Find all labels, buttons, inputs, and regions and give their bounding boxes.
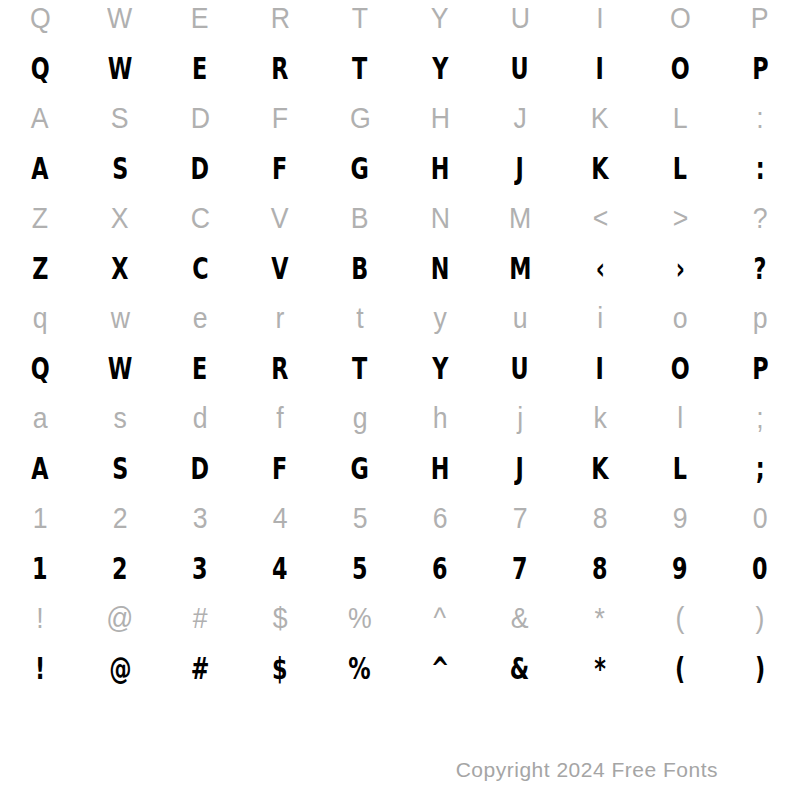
glyph-cell-r10-c6: H (400, 443, 480, 493)
glyph-cell-r12-c3: 3 (160, 543, 240, 593)
specimen-glyph: R (271, 50, 288, 86)
glyph-cell-r9-c1: a (0, 393, 80, 443)
glyph-cell-r9-c5: g (320, 393, 400, 443)
glyph-cell-r8-c8: I (560, 343, 640, 393)
glyph-cell-r9-c8: k (560, 393, 640, 443)
glyph-cell-r1-c3: E (160, 0, 240, 43)
specimen-glyph: I (596, 50, 604, 86)
glyph-cell-r12-c8: 8 (560, 543, 640, 593)
specimen-glyph: Z (32, 250, 48, 286)
glyph-cell-r13-c9: ( (640, 593, 720, 643)
specimen-glyph: % (349, 650, 371, 686)
specimen-glyph: S (112, 450, 128, 486)
reference-glyph: N (430, 202, 449, 235)
glyph-cell-r5-c9: > (640, 193, 720, 243)
glyph-cell-r5-c4: V (240, 193, 320, 243)
reference-glyph: 3 (193, 502, 208, 535)
glyph-cell-r7-c9: o (640, 293, 720, 343)
glyph-cell-r1-c4: R (240, 0, 320, 43)
reference-glyph: d (193, 402, 208, 435)
glyph-cell-r14-c3: # (160, 643, 240, 693)
reference-glyph: o (673, 302, 688, 335)
reference-glyph: Z (32, 202, 48, 235)
specimen-glyph: G (351, 450, 369, 486)
specimen-glyph: J (516, 450, 524, 486)
specimen-glyph: 7 (512, 550, 528, 586)
specimen-glyph: H (431, 450, 450, 486)
reference-glyph: & (511, 602, 529, 635)
glyph-cell-r1-c10: P (720, 0, 800, 43)
glyph-cell-r3-c1: A (0, 93, 80, 143)
glyph-cell-r14-c9: ( (640, 643, 720, 693)
reference-glyph: h (433, 402, 448, 435)
reference-glyph: J (513, 102, 526, 135)
glyph-cell-r2-c7: U (480, 43, 560, 93)
reference-glyph: 6 (433, 502, 448, 535)
glyph-cell-r7-c5: t (320, 293, 400, 343)
glyph-cell-r3-c10: : (720, 93, 800, 143)
glyph-cell-r3-c6: H (400, 93, 480, 143)
glyph-cell-r14-c2: @ (80, 643, 160, 693)
specimen-glyph: W (108, 350, 133, 386)
specimen-glyph: ^ (431, 650, 450, 686)
glyph-cell-r6-c7: M (480, 243, 560, 293)
glyph-cell-r2-c6: Y (400, 43, 480, 93)
specimen-glyph: R (271, 350, 288, 386)
glyph-cell-r2-c3: E (160, 43, 240, 93)
glyph-cell-r8-c4: R (240, 343, 320, 393)
specimen-glyph: L (673, 450, 687, 486)
reference-glyph: < (592, 202, 608, 235)
specimen-glyph: G (351, 150, 369, 186)
glyph-cell-r3-c9: L (640, 93, 720, 143)
specimen-glyph: 6 (432, 550, 448, 586)
specimen-glyph: P (752, 350, 768, 386)
specimen-glyph: H (431, 150, 450, 186)
glyph-cell-r9-c6: h (400, 393, 480, 443)
reference-glyph: ^ (434, 602, 447, 635)
glyph-cell-r1-c5: T (320, 0, 400, 43)
reference-glyph: # (193, 602, 208, 635)
reference-glyph: A (31, 102, 49, 135)
glyph-cell-r6-c10: ? (720, 243, 800, 293)
glyph-cell-r4-c9: L (640, 143, 720, 193)
reference-glyph: > (672, 202, 688, 235)
glyph-cell-r1-c9: O (640, 0, 720, 43)
reference-glyph: G (350, 102, 371, 135)
specimen-glyph: * (594, 650, 606, 686)
glyph-cell-r6-c2: X (80, 243, 160, 293)
reference-glyph: X (111, 202, 129, 235)
glyph-cell-r9-c3: d (160, 393, 240, 443)
specimen-glyph: Y (432, 50, 448, 86)
glyph-cell-r8-c6: Y (400, 343, 480, 393)
glyph-cell-r6-c1: Z (0, 243, 80, 293)
glyph-cell-r13-c4: $ (240, 593, 320, 643)
glyph-cell-r5-c10: ? (720, 193, 800, 243)
specimen-glyph: $ (272, 650, 288, 686)
glyph-cell-r14-c4: $ (240, 643, 320, 693)
specimen-glyph: A (31, 450, 48, 486)
reference-glyph: K (591, 102, 609, 135)
specimen-glyph: & (510, 650, 529, 686)
specimen-glyph: X (111, 250, 128, 286)
reference-glyph: ! (36, 602, 43, 635)
specimen-glyph: : (756, 150, 765, 186)
glyph-cell-r14-c5: % (320, 643, 400, 693)
reference-glyph: y (433, 302, 446, 335)
reference-glyph: f (276, 402, 283, 435)
specimen-glyph: @ (109, 650, 131, 686)
specimen-glyph: W (108, 50, 133, 86)
reference-glyph: B (351, 202, 369, 235)
glyph-cell-r10-c10: ; (720, 443, 800, 493)
reference-glyph: V (271, 202, 289, 235)
reference-glyph: I (596, 2, 603, 35)
glyph-cell-r14-c6: ^ (400, 643, 480, 693)
glyph-cell-r9-c10: ; (720, 393, 800, 443)
glyph-cell-r4-c5: G (320, 143, 400, 193)
glyph-cell-r11-c3: 3 (160, 493, 240, 543)
glyph-cell-r4-c7: J (480, 143, 560, 193)
reference-glyph: p (753, 302, 768, 335)
specimen-glyph: ! (35, 650, 45, 686)
glyph-cell-r3-c2: S (80, 93, 160, 143)
specimen-glyph: 8 (592, 550, 608, 586)
specimen-glyph: 9 (672, 550, 688, 586)
glyph-cell-r2-c1: Q (0, 43, 80, 93)
specimen-glyph: 0 (752, 550, 768, 586)
specimen-glyph: C (192, 250, 208, 286)
reference-glyph: e (193, 302, 208, 335)
reference-glyph: k (593, 402, 606, 435)
glyph-cell-r11-c9: 9 (640, 493, 720, 543)
reference-glyph: 2 (113, 502, 128, 535)
reference-glyph: : (756, 102, 763, 135)
glyph-cell-r4-c3: D (160, 143, 240, 193)
specimen-glyph: 2 (112, 550, 128, 586)
reference-glyph: @ (106, 602, 133, 635)
glyph-cell-r13-c6: ^ (400, 593, 480, 643)
glyph-cell-r11-c1: 1 (0, 493, 80, 543)
specimen-glyph: F (272, 450, 287, 486)
reference-glyph: R (270, 2, 289, 35)
reference-glyph: l (677, 402, 683, 435)
glyph-cell-r13-c8: * (560, 593, 640, 643)
glyph-cell-r11-c2: 2 (80, 493, 160, 543)
glyph-cell-r13-c7: & (480, 593, 560, 643)
specimen-glyph: M (509, 250, 531, 286)
glyph-cell-r14-c8: * (560, 643, 640, 693)
glyph-cell-r12-c7: 7 (480, 543, 560, 593)
reference-glyph: t (356, 302, 363, 335)
reference-glyph: j (517, 402, 523, 435)
glyph-cell-r9-c4: f (240, 393, 320, 443)
copyright-text: Copyright 2024 Free Fonts (456, 758, 718, 782)
glyph-cell-r5-c2: X (80, 193, 160, 243)
reference-glyph: 5 (353, 502, 368, 535)
glyph-cell-r11-c6: 6 (400, 493, 480, 543)
reference-glyph: H (430, 102, 449, 135)
glyph-cell-r3-c3: D (160, 93, 240, 143)
glyph-cell-r14-c7: & (480, 643, 560, 693)
specimen-glyph: ( (675, 650, 685, 686)
reference-glyph: 9 (673, 502, 688, 535)
glyph-cell-r5-c6: N (400, 193, 480, 243)
glyph-cell-r7-c7: u (480, 293, 560, 343)
glyph-cell-r1-c2: W (80, 0, 160, 43)
reference-glyph: g (353, 402, 368, 435)
reference-glyph: a (33, 402, 48, 435)
glyph-cell-r8-c1: Q (0, 343, 80, 393)
reference-glyph: Q (30, 2, 51, 35)
specimen-glyph: U (511, 50, 529, 86)
glyph-cell-r5-c3: C (160, 193, 240, 243)
specimen-glyph: N (431, 250, 450, 286)
glyph-cell-r12-c9: 9 (640, 543, 720, 593)
glyph-cell-r10-c4: F (240, 443, 320, 493)
glyph-cell-r1-c1: Q (0, 0, 80, 43)
reference-glyph: C (190, 202, 209, 235)
glyph-cell-r13-c3: # (160, 593, 240, 643)
glyph-cell-r1-c7: U (480, 0, 560, 43)
specimen-glyph: O (671, 50, 690, 86)
reference-glyph: F (272, 102, 288, 135)
glyph-cell-r3-c5: G (320, 93, 400, 143)
reference-glyph: W (107, 2, 132, 35)
specimen-glyph: J (516, 150, 524, 186)
glyph-cell-r8-c9: O (640, 343, 720, 393)
glyph-cell-r10-c3: D (160, 443, 240, 493)
reference-glyph: r (276, 302, 285, 335)
glyph-cell-r7-c10: p (720, 293, 800, 343)
glyph-cell-r8-c10: P (720, 343, 800, 393)
specimen-glyph: K (591, 150, 608, 186)
specimen-glyph: ‹ (595, 250, 604, 286)
reference-glyph: ; (756, 402, 763, 435)
glyph-cell-r12-c1: 1 (0, 543, 80, 593)
glyph-cell-r3-c4: F (240, 93, 320, 143)
character-map-grid: QWERTYUIOPQWERTYUIOPASDFGHJKL:ASDFGHJKL:… (0, 0, 800, 693)
glyph-cell-r8-c7: U (480, 343, 560, 393)
specimen-glyph: Q (31, 350, 50, 386)
glyph-cell-r10-c5: G (320, 443, 400, 493)
specimen-glyph: 1 (32, 550, 48, 586)
specimen-glyph: S (112, 150, 128, 186)
specimen-glyph: F (272, 150, 287, 186)
specimen-glyph: ? (754, 250, 767, 286)
specimen-glyph: B (351, 250, 368, 286)
glyph-cell-r7-c2: w (80, 293, 160, 343)
glyph-cell-r10-c8: K (560, 443, 640, 493)
specimen-glyph: V (271, 250, 288, 286)
glyph-cell-r7-c1: q (0, 293, 80, 343)
specimen-glyph: 4 (272, 550, 288, 586)
glyph-cell-r11-c5: 5 (320, 493, 400, 543)
specimen-glyph: D (191, 450, 210, 486)
reference-glyph: 8 (593, 502, 608, 535)
glyph-cell-r1-c8: I (560, 0, 640, 43)
glyph-cell-r5-c1: Z (0, 193, 80, 243)
glyph-cell-r4-c2: S (80, 143, 160, 193)
glyph-cell-r13-c5: % (320, 593, 400, 643)
reference-glyph: 7 (513, 502, 528, 535)
glyph-cell-r2-c8: I (560, 43, 640, 93)
glyph-cell-r7-c3: e (160, 293, 240, 343)
specimen-glyph: I (596, 350, 604, 386)
glyph-cell-r4-c1: A (0, 143, 80, 193)
glyph-cell-r8-c5: T (320, 343, 400, 393)
glyph-cell-r6-c3: C (160, 243, 240, 293)
glyph-cell-r12-c2: 2 (80, 543, 160, 593)
reference-glyph: i (597, 302, 603, 335)
glyph-cell-r2-c5: T (320, 43, 400, 93)
reference-glyph: S (111, 102, 129, 135)
glyph-cell-r9-c2: s (80, 393, 160, 443)
glyph-cell-r5-c7: M (480, 193, 560, 243)
glyph-cell-r9-c7: j (480, 393, 560, 443)
reference-glyph: q (33, 302, 48, 335)
glyph-cell-r12-c10: 0 (720, 543, 800, 593)
specimen-glyph: A (31, 150, 48, 186)
reference-glyph: s (113, 402, 126, 435)
glyph-cell-r13-c2: @ (80, 593, 160, 643)
reference-glyph: L (673, 102, 688, 135)
glyph-cell-r6-c5: B (320, 243, 400, 293)
reference-glyph: ? (753, 202, 768, 235)
specimen-glyph: U (511, 350, 529, 386)
reference-glyph: 1 (33, 502, 48, 535)
specimen-glyph: 3 (192, 550, 208, 586)
specimen-glyph: T (352, 350, 367, 386)
glyph-cell-r14-c10: ) (720, 643, 800, 693)
glyph-cell-r4-c8: K (560, 143, 640, 193)
specimen-glyph: Q (31, 50, 50, 86)
glyph-cell-r12-c6: 6 (400, 543, 480, 593)
reference-glyph: E (191, 2, 209, 35)
reference-glyph: % (348, 602, 372, 635)
specimen-glyph: T (352, 50, 367, 86)
glyph-cell-r4-c4: F (240, 143, 320, 193)
glyph-cell-r3-c8: K (560, 93, 640, 143)
reference-glyph: ) (756, 602, 765, 635)
glyph-cell-r13-c10: ) (720, 593, 800, 643)
reference-glyph: O (670, 2, 691, 35)
specimen-glyph: 5 (352, 550, 368, 586)
specimen-glyph: › (675, 250, 684, 286)
specimen-glyph: Y (432, 350, 448, 386)
reference-glyph: 4 (273, 502, 288, 535)
glyph-cell-r6-c4: V (240, 243, 320, 293)
glyph-cell-r8-c2: W (80, 343, 160, 393)
glyph-cell-r12-c5: 5 (320, 543, 400, 593)
glyph-cell-r5-c5: B (320, 193, 400, 243)
glyph-cell-r11-c7: 7 (480, 493, 560, 543)
reference-glyph: T (352, 2, 368, 35)
reference-glyph: U (510, 2, 529, 35)
specimen-glyph: P (752, 50, 768, 86)
glyph-cell-r14-c1: ! (0, 643, 80, 693)
glyph-cell-r10-c9: L (640, 443, 720, 493)
specimen-glyph: ; (756, 450, 765, 486)
glyph-cell-r4-c6: H (400, 143, 480, 193)
specimen-glyph: K (591, 450, 608, 486)
reference-glyph: ( (676, 602, 685, 635)
glyph-cell-r10-c1: A (0, 443, 80, 493)
glyph-cell-r12-c4: 4 (240, 543, 320, 593)
specimen-glyph: D (191, 150, 210, 186)
glyph-cell-r1-c6: Y (400, 0, 480, 43)
glyph-cell-r2-c4: R (240, 43, 320, 93)
glyph-cell-r8-c3: E (160, 343, 240, 393)
glyph-cell-r2-c10: P (720, 43, 800, 93)
reference-glyph: D (190, 102, 209, 135)
reference-glyph: u (513, 302, 528, 335)
reference-glyph: 0 (753, 502, 768, 535)
reference-glyph: Y (431, 2, 449, 35)
glyph-cell-r11-c4: 4 (240, 493, 320, 543)
glyph-cell-r11-c8: 8 (560, 493, 640, 543)
specimen-glyph: O (671, 350, 690, 386)
reference-glyph: * (595, 602, 605, 635)
glyph-cell-r6-c8: ‹ (560, 243, 640, 293)
reference-glyph: P (751, 2, 769, 35)
glyph-cell-r7-c4: r (240, 293, 320, 343)
glyph-cell-r5-c8: < (560, 193, 640, 243)
reference-glyph: $ (273, 602, 288, 635)
glyph-cell-r10-c2: S (80, 443, 160, 493)
specimen-glyph: L (673, 150, 687, 186)
specimen-glyph: ) (755, 650, 765, 686)
glyph-cell-r6-c6: N (400, 243, 480, 293)
glyph-cell-r7-c6: y (400, 293, 480, 343)
glyph-cell-r4-c10: : (720, 143, 800, 193)
specimen-glyph: # (191, 650, 210, 686)
glyph-cell-r11-c10: 0 (720, 493, 800, 543)
glyph-cell-r9-c9: l (640, 393, 720, 443)
glyph-cell-r6-c9: › (640, 243, 720, 293)
glyph-cell-r2-c2: W (80, 43, 160, 93)
glyph-cell-r3-c7: J (480, 93, 560, 143)
glyph-cell-r10-c7: J (480, 443, 560, 493)
specimen-glyph: E (192, 350, 207, 386)
glyph-cell-r13-c1: ! (0, 593, 80, 643)
glyph-cell-r2-c9: O (640, 43, 720, 93)
glyph-cell-r7-c8: i (560, 293, 640, 343)
reference-glyph: w (110, 302, 129, 335)
specimen-glyph: E (192, 50, 207, 86)
reference-glyph: M (509, 202, 531, 235)
